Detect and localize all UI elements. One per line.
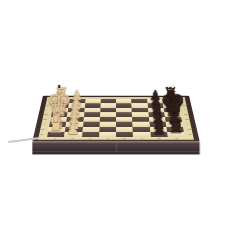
square-b5[interactable] — [116, 127, 133, 132]
box-front-face — [32, 141, 199, 154]
square-a8[interactable]: ♜ — [167, 132, 185, 137]
square-a2[interactable]: ♟ — [64, 132, 82, 137]
chess-board: ♜♟♟♜♞♟♟♞♝♟♟♝♚♟♟♚♛♟♟♛♝♟♟♝♞♟♟♞♜♟♟♜ 1234567… — [32, 96, 199, 142]
black-king-finial — [172, 85, 174, 88]
square-a5[interactable] — [116, 132, 133, 137]
square-e4[interactable] — [100, 112, 116, 117]
white-king-finial — [58, 85, 60, 88]
square-e5[interactable] — [116, 112, 132, 117]
square-b4[interactable] — [99, 127, 116, 132]
board-border: ♜♟♟♜♞♟♟♞♝♟♟♝♚♟♟♚♛♟♟♛♝♟♟♝♞♟♟♞♜♟♟♜ 1234567… — [38, 97, 194, 140]
black-rook[interactable]: ♜ — [161, 118, 191, 136]
folding-seam — [116, 142, 117, 152]
square-a4[interactable] — [99, 132, 116, 137]
chess-set-photo: ♜♟♟♜♞♟♟♞♝♟♟♝♚♟♟♚♛♟♟♛♝♟♟♝♞♟♟♞♜♟♟♜ 1234567… — [0, 0, 227, 227]
coordinate-labels-front: 12345678 — [47, 138, 186, 140]
board-grid: ♜♟♟♜♞♟♟♞♝♟♟♝♚♟♟♚♛♟♟♛♝♟♟♝♞♟♟♞♜♟♟♜ — [47, 99, 185, 137]
white-pawn[interactable]: ♟ — [58, 121, 88, 136]
